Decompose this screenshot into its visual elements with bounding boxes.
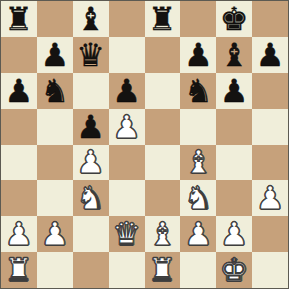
piece-white-knight[interactable]: ♞ <box>184 182 213 214</box>
square-d1[interactable] <box>109 252 145 288</box>
square-d3[interactable] <box>109 180 145 216</box>
square-a6[interactable]: ♟ <box>1 73 37 109</box>
square-e3[interactable] <box>145 180 181 216</box>
piece-black-pawn[interactable]: ♟ <box>40 39 69 71</box>
square-f2[interactable]: ♟ <box>180 216 216 252</box>
square-d2[interactable]: ♛ <box>109 216 145 252</box>
square-f5[interactable] <box>180 109 216 145</box>
square-b5[interactable] <box>37 109 73 145</box>
piece-white-pawn[interactable]: ♟ <box>220 218 249 250</box>
square-h8[interactable] <box>252 1 288 37</box>
square-f7[interactable]: ♟ <box>180 37 216 73</box>
square-g1[interactable]: ♚ <box>216 252 252 288</box>
piece-black-knight[interactable]: ♞ <box>184 75 213 107</box>
square-e2[interactable]: ♝ <box>145 216 181 252</box>
chess-board: ♜♝♜♚♟♛♟♝♟♟♞♟♞♟♟♟♟♝♞♞♟♟♟♛♝♟♟♜♜♚ <box>0 0 289 289</box>
square-e8[interactable]: ♜ <box>145 1 181 37</box>
square-c1[interactable] <box>73 252 109 288</box>
piece-black-queen[interactable]: ♛ <box>76 39 105 71</box>
piece-white-bishop[interactable]: ♝ <box>148 218 177 250</box>
square-e7[interactable] <box>145 37 181 73</box>
square-e6[interactable] <box>145 73 181 109</box>
square-b7[interactable]: ♟ <box>37 37 73 73</box>
square-f8[interactable] <box>180 1 216 37</box>
piece-white-pawn[interactable]: ♟ <box>112 111 141 143</box>
piece-white-bishop[interactable]: ♝ <box>184 146 213 178</box>
piece-white-pawn[interactable]: ♟ <box>5 218 34 250</box>
square-b4[interactable] <box>37 145 73 181</box>
piece-white-queen[interactable]: ♛ <box>112 218 141 250</box>
piece-white-pawn[interactable]: ♟ <box>76 146 105 178</box>
square-c5[interactable]: ♟ <box>73 109 109 145</box>
square-g5[interactable] <box>216 109 252 145</box>
piece-white-pawn[interactable]: ♟ <box>40 218 69 250</box>
square-f4[interactable]: ♝ <box>180 145 216 181</box>
piece-black-pawn[interactable]: ♟ <box>184 39 213 71</box>
piece-black-pawn[interactable]: ♟ <box>76 111 105 143</box>
square-c8[interactable]: ♝ <box>73 1 109 37</box>
square-d6[interactable]: ♟ <box>109 73 145 109</box>
piece-black-bishop[interactable]: ♝ <box>76 3 105 35</box>
square-f1[interactable] <box>180 252 216 288</box>
square-h5[interactable] <box>252 109 288 145</box>
square-a7[interactable] <box>1 37 37 73</box>
square-c6[interactable] <box>73 73 109 109</box>
piece-black-pawn[interactable]: ♟ <box>220 75 249 107</box>
square-h1[interactable] <box>252 252 288 288</box>
square-f6[interactable]: ♞ <box>180 73 216 109</box>
square-g3[interactable] <box>216 180 252 216</box>
piece-black-king[interactable]: ♚ <box>220 3 249 35</box>
square-c4[interactable]: ♟ <box>73 145 109 181</box>
square-c3[interactable]: ♞ <box>73 180 109 216</box>
square-g4[interactable] <box>216 145 252 181</box>
square-d4[interactable] <box>109 145 145 181</box>
square-g7[interactable]: ♝ <box>216 37 252 73</box>
square-h7[interactable]: ♟ <box>252 37 288 73</box>
square-b3[interactable] <box>37 180 73 216</box>
square-a1[interactable]: ♜ <box>1 252 37 288</box>
square-a2[interactable]: ♟ <box>1 216 37 252</box>
square-d7[interactable] <box>109 37 145 73</box>
square-e4[interactable] <box>145 145 181 181</box>
piece-black-pawn[interactable]: ♟ <box>5 75 34 107</box>
piece-black-rook[interactable]: ♜ <box>5 3 34 35</box>
square-g2[interactable]: ♟ <box>216 216 252 252</box>
square-d8[interactable] <box>109 1 145 37</box>
square-b6[interactable]: ♞ <box>37 73 73 109</box>
square-a8[interactable]: ♜ <box>1 1 37 37</box>
square-d5[interactable]: ♟ <box>109 109 145 145</box>
square-b8[interactable] <box>37 1 73 37</box>
piece-white-rook[interactable]: ♜ <box>5 254 34 286</box>
square-a3[interactable] <box>1 180 37 216</box>
square-c2[interactable] <box>73 216 109 252</box>
square-e1[interactable]: ♜ <box>145 252 181 288</box>
piece-black-knight[interactable]: ♞ <box>40 75 69 107</box>
square-a4[interactable] <box>1 145 37 181</box>
square-a5[interactable] <box>1 109 37 145</box>
piece-black-bishop[interactable]: ♝ <box>220 39 249 71</box>
piece-white-knight[interactable]: ♞ <box>76 182 105 214</box>
piece-black-pawn[interactable]: ♟ <box>112 75 141 107</box>
square-h6[interactable] <box>252 73 288 109</box>
piece-white-rook[interactable]: ♜ <box>148 254 177 286</box>
piece-black-pawn[interactable]: ♟ <box>256 39 285 71</box>
square-e5[interactable] <box>145 109 181 145</box>
square-g8[interactable]: ♚ <box>216 1 252 37</box>
square-h4[interactable] <box>252 145 288 181</box>
square-b1[interactable] <box>37 252 73 288</box>
square-f3[interactable]: ♞ <box>180 180 216 216</box>
piece-white-pawn[interactable]: ♟ <box>184 218 213 250</box>
piece-black-rook[interactable]: ♜ <box>148 3 177 35</box>
piece-white-pawn[interactable]: ♟ <box>256 182 285 214</box>
square-b2[interactable]: ♟ <box>37 216 73 252</box>
square-c7[interactable]: ♛ <box>73 37 109 73</box>
piece-white-king[interactable]: ♚ <box>220 254 249 286</box>
square-h3[interactable]: ♟ <box>252 180 288 216</box>
square-g6[interactable]: ♟ <box>216 73 252 109</box>
square-h2[interactable] <box>252 216 288 252</box>
